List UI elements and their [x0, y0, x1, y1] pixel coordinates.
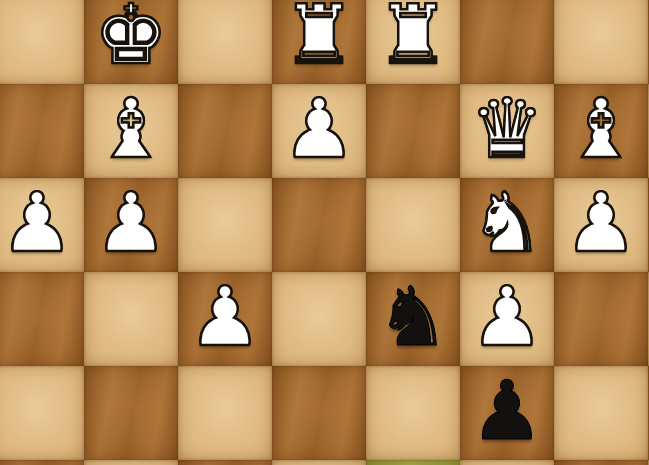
square-f1[interactable]	[178, 0, 272, 84]
piece-black-knight-d4[interactable]: ♞	[376, 276, 450, 358]
square-g1[interactable]: ♚	[84, 0, 178, 84]
square-b2[interactable]: ♝	[554, 84, 648, 178]
square-h4[interactable]	[0, 272, 84, 366]
piece-white-knight-c3[interactable]: ♞	[470, 182, 544, 264]
square-b3[interactable]: ♟	[554, 178, 648, 272]
board-viewport: ♚♜♜♝♟♛♝♟♟♞♟♟♞♟♟	[0, 0, 649, 465]
square-d3[interactable]	[366, 178, 460, 272]
square-c5[interactable]: ♟	[460, 366, 554, 460]
square-b1[interactable]	[554, 0, 648, 84]
square-b4[interactable]	[554, 272, 648, 366]
square-h5[interactable]	[0, 366, 84, 460]
piece-white-pawn-c4[interactable]: ♟	[470, 276, 544, 358]
piece-white-pawn-b3[interactable]: ♟	[564, 182, 638, 264]
piece-white-queen-c2[interactable]: ♛	[470, 88, 544, 170]
square-d1[interactable]: ♜	[366, 0, 460, 84]
piece-white-pawn-g3[interactable]: ♟	[94, 182, 168, 264]
square-f2[interactable]	[178, 84, 272, 178]
square-f3[interactable]	[178, 178, 272, 272]
square-g6[interactable]	[84, 460, 178, 465]
square-b6[interactable]	[554, 460, 648, 465]
square-b5[interactable]	[554, 366, 648, 460]
square-d4[interactable]: ♞	[366, 272, 460, 366]
square-g5[interactable]	[84, 366, 178, 460]
square-c4[interactable]: ♟	[460, 272, 554, 366]
square-f4[interactable]: ♟	[178, 272, 272, 366]
square-h6[interactable]	[0, 460, 84, 465]
square-c3[interactable]: ♞	[460, 178, 554, 272]
square-e5[interactable]	[272, 366, 366, 460]
piece-white-king-g1[interactable]: ♚	[94, 0, 168, 76]
square-g2[interactable]: ♝	[84, 84, 178, 178]
piece-black-pawn-c5[interactable]: ♟	[470, 370, 544, 452]
piece-white-bishop-b2[interactable]: ♝	[564, 88, 638, 170]
piece-white-pawn-e2[interactable]: ♟	[282, 88, 356, 170]
square-h1[interactable]	[0, 0, 84, 84]
square-d5[interactable]	[366, 366, 460, 460]
square-e4[interactable]	[272, 272, 366, 366]
piece-white-pawn-h3[interactable]: ♟	[0, 182, 74, 264]
square-d2[interactable]	[366, 84, 460, 178]
square-g3[interactable]: ♟	[84, 178, 178, 272]
piece-white-pawn-f4[interactable]: ♟	[188, 276, 262, 358]
piece-white-rook-e1[interactable]: ♜	[282, 0, 356, 76]
square-g4[interactable]	[84, 272, 178, 366]
square-c6[interactable]	[460, 460, 554, 465]
square-h3[interactable]: ♟	[0, 178, 84, 272]
square-f5[interactable]	[178, 366, 272, 460]
square-h2[interactable]	[0, 84, 84, 178]
square-e2[interactable]: ♟	[272, 84, 366, 178]
square-f6[interactable]	[178, 460, 272, 465]
square-c1[interactable]	[460, 0, 554, 84]
square-e3[interactable]	[272, 178, 366, 272]
square-c2[interactable]: ♛	[460, 84, 554, 178]
piece-white-bishop-g2[interactable]: ♝	[94, 88, 168, 170]
square-d6[interactable]	[366, 460, 460, 465]
square-e1[interactable]: ♜	[272, 0, 366, 84]
square-e6[interactable]	[272, 460, 366, 465]
chess-board: ♚♜♜♝♟♛♝♟♟♞♟♟♞♟♟	[0, 0, 649, 465]
piece-white-rook-d1[interactable]: ♜	[376, 0, 450, 76]
